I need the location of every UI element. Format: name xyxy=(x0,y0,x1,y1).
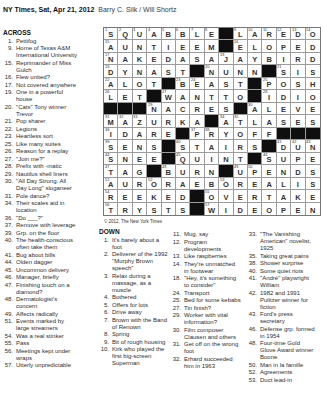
cell-number: 43 xyxy=(306,140,310,144)
grid-cell-r10c14[interactable]: 42U xyxy=(291,140,305,152)
grid-cell-r1c11[interactable]: 10A xyxy=(248,28,262,40)
grid-cell-r11c14[interactable]: P xyxy=(291,153,305,165)
grid-cell-black xyxy=(205,115,219,127)
cell-letter: N xyxy=(194,93,199,102)
grid-cell-r10c3[interactable]: N xyxy=(133,140,147,152)
grid-cell-r13c12[interactable]: A xyxy=(262,178,276,190)
grid-cell-r5c8[interactable]: A xyxy=(205,78,219,90)
grid-cell-r9c12[interactable]: F xyxy=(262,128,276,140)
cell-letter: A xyxy=(266,118,271,127)
grid-cell-r9c11[interactable]: F xyxy=(248,128,262,140)
grid-cell-r12c7[interactable]: R xyxy=(190,165,204,177)
grid-cell-r2c11[interactable]: L xyxy=(248,40,262,52)
clue-item: 40.Some quiet riots xyxy=(247,268,321,275)
grid-cell-r4c6[interactable]: T xyxy=(176,65,190,77)
grid-cell-r6c3[interactable]: T xyxy=(133,90,147,102)
grid-cell-r2c5[interactable]: I xyxy=(162,40,176,52)
grid-cell-black xyxy=(219,40,233,52)
grid-cell-r14c2[interactable]: E xyxy=(118,190,132,202)
grid-cell-r3c7[interactable]: S xyxy=(190,53,204,65)
clue-number: 23. xyxy=(3,133,13,140)
grid-cell-black xyxy=(147,165,161,177)
grid-cell-r1c5[interactable]: 5B xyxy=(162,28,176,40)
grid-cell-r2c15[interactable]: D xyxy=(306,40,320,52)
clue-item: 5.Offers for lots xyxy=(99,302,169,309)
grid-cell-black xyxy=(262,65,276,77)
grid-cell-r1c12[interactable]: 11R xyxy=(262,28,276,40)
cell-number: 32 xyxy=(119,115,123,119)
grid-cell-r1c1[interactable]: 1S xyxy=(104,28,118,40)
grid-cell-r2c4[interactable]: T xyxy=(147,40,161,52)
grid-cell-r12c2[interactable]: A xyxy=(118,165,132,177)
cell-letter: E xyxy=(166,130,171,139)
cell-number: 45 xyxy=(176,153,180,157)
grid-cell-r13c10[interactable]: R xyxy=(234,178,248,190)
cell-number: 15 xyxy=(105,40,109,44)
clue-item: 29.Nautilus shell liners xyxy=(3,171,79,178)
grid-cell-r3c6[interactable]: A xyxy=(176,53,190,65)
grid-cell-r11c3[interactable]: E xyxy=(133,153,147,165)
cell-number: 39 xyxy=(105,140,109,144)
grid-cell-r4c9[interactable]: U xyxy=(219,65,233,77)
grid-cell-r7c15[interactable]: E xyxy=(306,103,320,115)
grid-cell-r3c5[interactable]: D xyxy=(162,53,176,65)
clue-text: "Hey, it's something to consider" xyxy=(184,275,241,289)
clue-text: Heartless sort xyxy=(16,133,53,140)
grid-cell-r2c14[interactable]: E xyxy=(291,40,305,52)
grid-cell-r5c10[interactable]: T xyxy=(234,78,248,90)
grid-cell-r6c8[interactable]: T xyxy=(205,90,219,102)
clue-text: Legions xyxy=(16,126,37,133)
grid-cell-r10c15[interactable]: 43N xyxy=(306,140,320,152)
cell-number: 49 xyxy=(234,165,238,169)
grid-cell-r6c14[interactable]: I xyxy=(291,90,305,102)
grid-cell-r8c3[interactable]: 33Z xyxy=(133,115,147,127)
grid-cell-r7c13[interactable]: E xyxy=(277,103,291,115)
grid-cell-r14c1[interactable]: 54R xyxy=(104,190,118,202)
cell-letter: I xyxy=(297,93,299,102)
grid-cell-r14c12[interactable]: T xyxy=(262,190,276,202)
cell-letter: T xyxy=(238,118,243,127)
grid-cell-r5c9[interactable]: S xyxy=(219,78,233,90)
grid-cell-r15c14[interactable]: E xyxy=(291,203,305,215)
grid-cell-r15c8[interactable]: 57W xyxy=(205,203,219,215)
grid-cell-r1c2[interactable]: 2Q xyxy=(118,28,132,40)
grid-cell-r13c11[interactable]: E xyxy=(248,178,262,190)
grid-cell-r15c5[interactable]: T xyxy=(162,203,176,215)
grid-cell-r13c6[interactable]: A xyxy=(176,178,190,190)
grid-cell-r5c12[interactable]: 25P xyxy=(262,78,276,90)
grid-cell-r3c8[interactable]: A xyxy=(205,53,219,65)
cell-letter: D xyxy=(310,55,315,64)
grid-cell-r6c6[interactable]: A xyxy=(176,90,190,102)
grid-cell-r1c3[interactable]: 3U xyxy=(133,28,147,40)
clue-number: 1. xyxy=(3,38,13,45)
clue-item: 47.Finishing touch on a diamond? xyxy=(3,282,79,296)
grid-cell-r15c3[interactable]: Y xyxy=(133,203,147,215)
grid-cell-r11c6[interactable]: 45Q xyxy=(176,153,190,165)
grid-cell-r9c5[interactable]: E xyxy=(162,128,176,140)
grid-cell-r12c15[interactable]: S xyxy=(306,165,320,177)
grid-cell-r11c4[interactable]: E xyxy=(147,153,161,165)
grid-cell-r13c5[interactable]: R xyxy=(162,178,176,190)
grid-cell-black xyxy=(118,103,132,115)
grid-cell-r4c2[interactable]: Y xyxy=(118,65,132,77)
clue-number: 51. xyxy=(3,318,13,325)
grid-cell-r9c2[interactable]: D xyxy=(118,128,132,140)
cell-letter: T xyxy=(108,206,113,215)
clue-number: 28. xyxy=(3,163,13,170)
clue-item: 11.Mug, say xyxy=(171,231,241,238)
grid-cell-r10c4[interactable]: S xyxy=(147,140,161,152)
grid-cell-r10c1[interactable]: 39S xyxy=(104,140,118,152)
grid-cell-r3c13[interactable]: I xyxy=(277,53,291,65)
grid-cell-r14c15[interactable]: E xyxy=(306,190,320,202)
cell-letter: A xyxy=(151,68,156,77)
grid-cell-r15c10[interactable]: D xyxy=(234,203,248,215)
grid-cell-r1c15[interactable]: 14O xyxy=(306,28,320,40)
grid-cell-r14c6[interactable]: D xyxy=(176,190,190,202)
grid-cell-r6c13[interactable]: D xyxy=(277,90,291,102)
grid-cell-r3c11[interactable]: Y xyxy=(248,53,262,65)
grid-cell-r15c6[interactable]: S xyxy=(176,203,190,215)
grid-cell-r1c6[interactable]: 6B xyxy=(176,28,190,40)
clue-number: 40. xyxy=(247,268,257,275)
grid-cell-r3c1[interactable]: 17N xyxy=(104,53,118,65)
grid-cell-r9c10[interactable]: O xyxy=(234,128,248,140)
grid-cell-r8c7[interactable]: A xyxy=(190,115,204,127)
cell-letter: O xyxy=(310,30,316,39)
grid-cell-r7c14[interactable]: V xyxy=(291,103,305,115)
grid-cell-r4c1[interactable]: 19D xyxy=(104,65,118,77)
grid-cell-r1c14[interactable]: 13D xyxy=(291,28,305,40)
grid-cell-r7c6[interactable]: C xyxy=(176,103,190,115)
clue-item: 51.Events marked by large streamers xyxy=(3,318,79,332)
grid-cell-r14c13[interactable]: A xyxy=(277,190,291,202)
cell-letter: O xyxy=(266,43,272,52)
clue-item: 56.Meetings kept under wraps xyxy=(3,348,79,362)
grid-cell-r8c13[interactable]: S xyxy=(277,115,291,127)
grid-cell-r3c9[interactable]: 18J xyxy=(219,53,233,65)
grid-cell-r12c3[interactable]: G xyxy=(133,165,147,177)
grid-cell-r9c3[interactable]: A xyxy=(133,128,147,140)
grid-cell-r1c13[interactable]: 12E xyxy=(277,28,291,40)
grid-cell-r8c5[interactable]: R xyxy=(162,115,176,127)
cell-number: 37 xyxy=(191,128,195,132)
cell-letter: T xyxy=(209,93,214,102)
clue-item: 19.One in a powerful house xyxy=(3,89,79,103)
clue-text: Spring xyxy=(112,331,129,338)
grid-cell-r5c2[interactable]: L xyxy=(118,78,132,90)
grid-cell-r8c9[interactable]: 34A xyxy=(219,115,233,127)
grid-cell-r8c12[interactable]: A xyxy=(262,115,276,127)
grid-cell-r13c15[interactable]: S xyxy=(306,178,320,190)
grid-cell-r6c10[interactable]: O xyxy=(234,90,248,102)
grid-cell-r12c1[interactable]: 47T xyxy=(104,165,118,177)
clue-text: Worker with vital information? xyxy=(184,312,241,326)
grid-cell-r14c4[interactable]: K xyxy=(147,190,161,202)
grid-cell-r15c11[interactable]: E xyxy=(248,203,262,215)
grid-cell-r5c15[interactable]: H xyxy=(306,78,320,90)
grid-cell-r8c14[interactable]: E xyxy=(291,115,305,127)
cell-letter: L xyxy=(108,93,113,102)
down-clue-list-1: 1.It's barely about a foot2.Deliverer of… xyxy=(99,237,169,368)
grid-cell-r15c9[interactable]: I xyxy=(219,203,233,215)
cell-letter: T xyxy=(238,80,243,89)
grid-cell-r4c4[interactable]: A xyxy=(147,65,161,77)
clue-number: 41. xyxy=(3,252,13,259)
cell-letter: O xyxy=(237,130,243,139)
grid-cell-r9c7[interactable]: 37P xyxy=(190,128,204,140)
clue-number: 48. xyxy=(247,340,257,347)
grid-cell-r2c13[interactable]: P xyxy=(277,40,291,52)
cell-letter: R xyxy=(151,130,156,139)
grid-cell-r5c7[interactable]: 24E xyxy=(190,78,204,90)
grid-cell-black xyxy=(277,128,291,140)
cell-number: 30 xyxy=(248,103,252,107)
grid-cell-r2c3[interactable]: N xyxy=(133,40,147,52)
grid-cell-r11c9[interactable]: N xyxy=(219,153,233,165)
grid-cell-r2c10[interactable]: 16E xyxy=(234,40,248,52)
grid-cell-r4c11[interactable]: N xyxy=(248,65,262,77)
grid-cell-black xyxy=(262,140,276,152)
clue-text: Shower surprise xyxy=(260,260,303,267)
grid-cell-r5c1[interactable]: 22A xyxy=(104,78,118,90)
grid-cell-r12c13[interactable]: N xyxy=(277,165,291,177)
cell-letter: E xyxy=(281,105,286,114)
grid-cell-r2c2[interactable]: U xyxy=(118,40,132,52)
grid-cell-r1c4[interactable]: 4A xyxy=(147,28,161,40)
grid-cell-r3c4[interactable]: E xyxy=(147,53,161,65)
grid-cell-r12c14[interactable]: D xyxy=(291,165,305,177)
cell-letter: A xyxy=(194,118,199,127)
grid-cell-r12c10[interactable]: 49U xyxy=(234,165,248,177)
down-clues-column-3: 33."The Vanishing American" novelist, 19… xyxy=(247,231,321,384)
grid-cell-r15c12[interactable]: O xyxy=(262,203,276,215)
cell-number: 26 xyxy=(105,90,109,94)
grid-cell-r13c13[interactable]: L xyxy=(277,178,291,190)
cell-letter: G xyxy=(137,168,143,177)
grid-cell-r10c10[interactable]: R xyxy=(234,140,248,152)
grid-cell-r2c12[interactable]: O xyxy=(262,40,276,52)
cell-letter: U xyxy=(137,30,142,39)
grid-cell-r15c4[interactable]: S xyxy=(147,203,161,215)
cell-letter: K xyxy=(151,193,156,202)
cell-letter: Q xyxy=(180,155,186,164)
grid-cell-r7c7[interactable]: R xyxy=(190,103,204,115)
grid-cell-r8c1[interactable]: 31M xyxy=(104,115,118,127)
grid-cell-r4c10[interactable]: N xyxy=(234,65,248,77)
cell-letter: B xyxy=(180,80,185,89)
cell-letter: S xyxy=(166,68,171,77)
grid-cell-r13c14[interactable]: I xyxy=(291,178,305,190)
grid-cell-r15c15[interactable]: N xyxy=(306,203,320,215)
grid-cell-r4c13[interactable]: 21S xyxy=(277,65,291,77)
grid-cell-r6c15[interactable]: O xyxy=(306,90,320,102)
grid-cell-r6c2[interactable]: E xyxy=(118,90,132,102)
grid-cell-r14c9[interactable]: V xyxy=(219,190,233,202)
cell-letter: P xyxy=(281,206,286,215)
grid-cell-r8c2[interactable]: 32A xyxy=(118,115,132,127)
grid-cell-r14c14[interactable]: K xyxy=(291,190,305,202)
grid-cell-r2c6[interactable]: E xyxy=(176,40,190,52)
grid-cell-r8c11[interactable]: L xyxy=(248,115,262,127)
grid-cell-r4c8[interactable]: 20N xyxy=(205,65,219,77)
clue-number: 32. xyxy=(171,356,181,363)
grid-cell-r9c9[interactable]: Y xyxy=(219,128,233,140)
cell-letter: E xyxy=(195,43,200,52)
grid-cell-r10c9[interactable]: I xyxy=(219,140,233,152)
cell-letter: D xyxy=(310,43,315,52)
cell-letter: J xyxy=(224,55,228,64)
cell-letter: S xyxy=(180,143,185,152)
grid-cell-r3c14[interactable]: R xyxy=(291,53,305,65)
grid-cell-r13c2[interactable]: U xyxy=(118,178,132,190)
grid-cell-r13c4[interactable]: 52O xyxy=(147,178,161,190)
clue-text: Not covered anywhere xyxy=(16,82,76,89)
grid-cell-r10c13[interactable]: 41D xyxy=(277,140,291,152)
grid-cell-r11c8[interactable]: I xyxy=(205,153,219,165)
grid-cell-r6c5[interactable]: 27W xyxy=(162,90,176,102)
grid-cell-r4c14[interactable]: I xyxy=(291,65,305,77)
grid-cell-r11c13[interactable]: U xyxy=(277,153,291,165)
grid-cell-r10c7[interactable]: T xyxy=(190,140,204,152)
clue-text: Tin finish? xyxy=(184,305,211,312)
grid-cell-r5c13[interactable]: O xyxy=(277,78,291,90)
cell-number: 25 xyxy=(263,78,267,82)
grid-cell-r13c8[interactable]: B xyxy=(205,178,219,190)
grid-cell-r10c2[interactable]: E xyxy=(118,140,132,152)
grid-cell-r2c1[interactable]: 15A xyxy=(104,40,118,52)
grid-cell-r1c7[interactable]: 7L xyxy=(190,28,204,40)
grid-cell-r11c7[interactable]: U xyxy=(190,153,204,165)
grid-cell-r14c11[interactable]: R xyxy=(248,190,262,202)
cell-letter: Y xyxy=(223,130,228,139)
clue-item: 9.Bit of rough housing xyxy=(99,339,169,346)
grid-cell-r8c6[interactable]: K xyxy=(176,115,190,127)
grid-cell-r12c5[interactable]: 48B xyxy=(162,165,176,177)
clue-number: 43. xyxy=(247,311,257,318)
cell-letter: E xyxy=(310,105,315,114)
grid-cell-r7c11[interactable]: 30A xyxy=(248,103,262,115)
grid-cell-r13c7[interactable]: E xyxy=(190,178,204,190)
grid-cell-r14c5[interactable]: E xyxy=(162,190,176,202)
grid-cell-r8c15[interactable]: S xyxy=(306,115,320,127)
grid-cell-r14c3[interactable]: E xyxy=(133,190,147,202)
cell-letter: O xyxy=(266,206,272,215)
grid-cell-r7c12[interactable]: L xyxy=(262,103,276,115)
grid-cell-r11c1[interactable]: 44S xyxy=(104,153,118,165)
grid-cell-r15c2[interactable]: R xyxy=(118,203,132,215)
cell-letter: T xyxy=(152,80,157,89)
grid-cell-r12c8[interactable]: N xyxy=(205,165,219,177)
clue-number: 3. xyxy=(99,273,109,280)
clue-text: Reprimander of Miss Gulch xyxy=(16,60,78,74)
grid-cell-r6c9[interactable]: T xyxy=(219,90,233,102)
cell-letter: U xyxy=(223,68,228,77)
clue-item: 16.Flew united? xyxy=(3,74,79,81)
grid-cell-r7c4[interactable]: 29N xyxy=(147,103,161,115)
grid-cell-r11c10[interactable]: T xyxy=(234,153,248,165)
grid-cell-r14c10[interactable]: E xyxy=(234,190,248,202)
cell-letter: N xyxy=(122,155,127,164)
clue-text: Ford's press secretary xyxy=(260,311,317,325)
grid-cell-r7c5[interactable]: A xyxy=(162,103,176,115)
grid-cell-r5c4[interactable]: T xyxy=(147,78,161,90)
grid-cell-r9c4[interactable]: R xyxy=(147,128,161,140)
grid-cell-black xyxy=(306,128,320,140)
grid-cell-r11c15[interactable]: E xyxy=(306,153,320,165)
cell-letter: Q xyxy=(122,30,128,39)
clue-item: 1.It's barely about a foot xyxy=(99,237,169,251)
grid-cell-r9c1[interactable]: 36I xyxy=(104,128,118,140)
grid-cell-r12c11[interactable]: 50P xyxy=(248,165,262,177)
grid-cell-r10c11[interactable]: S xyxy=(248,140,262,152)
grid-cell-r12c12[interactable]: E xyxy=(262,165,276,177)
grid-cell-r6c1[interactable]: 26L xyxy=(104,90,118,102)
grid-cell-r11c2[interactable]: N xyxy=(118,153,132,165)
grid-cell-r13c3[interactable]: R xyxy=(133,178,147,190)
grid-cell-r3c2[interactable]: A xyxy=(118,53,132,65)
grid-cell-r3c10[interactable]: A xyxy=(234,53,248,65)
grid-cell-r15c13[interactable]: P xyxy=(277,203,291,215)
grid-cell-r1c10[interactable]: 9L xyxy=(234,28,248,40)
grid-cell-r10c8[interactable]: A xyxy=(205,140,219,152)
clue-text: Get off on the wrong foot xyxy=(184,341,241,355)
grid-cell-r3c15[interactable]: D xyxy=(306,53,320,65)
clue-text: 1982 and 1991 Pulitzer winner for fictio… xyxy=(260,290,317,311)
grid-cell-r7c8[interactable]: E xyxy=(205,103,219,115)
grid-cell-r6c12[interactable]: 28I xyxy=(262,90,276,102)
grid-cell-r5c3[interactable]: O xyxy=(133,78,147,90)
grid-cell-r13c1[interactable]: 51A xyxy=(104,178,118,190)
grid-cell-r4c3[interactable]: N xyxy=(133,65,147,77)
cell-letter: E xyxy=(252,180,257,189)
grid-cell-r5c6[interactable]: 23B xyxy=(176,78,190,90)
grid-cell-r3c12[interactable]: B xyxy=(262,53,276,65)
clue-number: 4. xyxy=(99,294,109,301)
grid-cell-r3c3[interactable]: K xyxy=(133,53,147,65)
grid-cell-r14c8[interactable]: 55O xyxy=(205,190,219,202)
grid-cell-r12c6[interactable]: U xyxy=(176,165,190,177)
grid-cell-r6c7[interactable]: N xyxy=(190,90,204,102)
grid-cell-black xyxy=(133,103,147,115)
grid-cell-r4c5[interactable]: S xyxy=(162,65,176,77)
cell-letter: E xyxy=(180,43,185,52)
cell-letter: T xyxy=(152,43,157,52)
grid-cell-r15c1[interactable]: 56T xyxy=(104,203,118,215)
cell-letter: O xyxy=(209,193,215,202)
grid-cell-r7c9[interactable]: S xyxy=(219,103,233,115)
grid-cell-r8c10[interactable]: 35T xyxy=(234,115,248,127)
grid-cell-r8c4[interactable]: U xyxy=(147,115,161,127)
grid-cell-r9c8[interactable]: 38R xyxy=(205,128,219,140)
cell-letter: A xyxy=(151,30,156,39)
grid-cell-r1c8[interactable]: 8E xyxy=(205,28,219,40)
grid-cell-r2c8[interactable]: M xyxy=(205,40,219,52)
grid-cell-r13c9[interactable]: 53O xyxy=(219,178,233,190)
clue-text: Transport xyxy=(184,290,209,297)
cell-letter: S xyxy=(310,168,315,177)
clue-item: 6.Drive away xyxy=(99,309,169,316)
grid-cell-r5c14[interactable]: S xyxy=(291,78,305,90)
grid-cell-r4c15[interactable]: S xyxy=(306,65,320,77)
grid-cell-r11c12[interactable]: 46S xyxy=(262,153,276,165)
grid-cell-r2c7[interactable]: E xyxy=(190,40,204,52)
cell-letter: E xyxy=(238,43,243,52)
cell-letter: U xyxy=(151,118,156,127)
grid-cell-r10c6[interactable]: 40S xyxy=(176,140,190,152)
